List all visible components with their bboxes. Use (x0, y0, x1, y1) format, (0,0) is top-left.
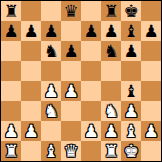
square-b5[interactable] (21, 61, 41, 81)
square-e5[interactable] (81, 61, 101, 81)
square-d4[interactable]: ♟ (61, 81, 81, 101)
square-d7[interactable] (61, 21, 81, 41)
piece-white-pawn[interactable]: ♟ (103, 121, 118, 141)
square-e3[interactable] (81, 101, 101, 121)
square-a6[interactable] (1, 41, 21, 61)
piece-black-knight[interactable]: ♞ (103, 41, 118, 61)
piece-black-rook[interactable]: ♜ (3, 1, 18, 21)
square-h8[interactable] (141, 1, 161, 21)
piece-black-pawn[interactable]: ♟ (3, 21, 18, 41)
piece-white-king[interactable]: ♚ (123, 141, 138, 161)
square-h7[interactable]: ♟ (141, 21, 161, 41)
piece-white-pawn[interactable]: ♟ (83, 121, 98, 141)
piece-black-knight[interactable]: ♞ (43, 41, 58, 61)
square-e6[interactable] (81, 41, 101, 61)
square-d1[interactable]: ♛ (61, 141, 81, 161)
square-d8[interactable]: ♛ (61, 1, 81, 21)
piece-black-bishop[interactable]: ♝ (123, 21, 138, 41)
square-b8[interactable] (21, 1, 41, 21)
square-g5[interactable] (121, 61, 141, 81)
square-g2[interactable]: ♝ (121, 121, 141, 141)
chess-board: ♜♛♜♚♟♟♟♟♟♝♟♞♟♞♟♟♟♝♞♞♟♟♟♟♟♝♟♜♝♛♜♚ (0, 0, 162, 162)
square-f2[interactable]: ♟ (101, 121, 121, 141)
square-a8[interactable]: ♜ (1, 1, 21, 21)
piece-white-pawn[interactable]: ♟ (23, 121, 38, 141)
square-f1[interactable]: ♜ (101, 141, 121, 161)
square-g6[interactable]: ♟ (121, 41, 141, 61)
square-c2[interactable] (41, 121, 61, 141)
square-a2[interactable]: ♟ (1, 121, 21, 141)
square-a7[interactable]: ♟ (1, 21, 21, 41)
piece-white-pawn[interactable]: ♟ (143, 121, 158, 141)
square-d6[interactable]: ♟ (61, 41, 81, 61)
piece-black-rook[interactable]: ♜ (103, 1, 118, 21)
piece-black-queen[interactable]: ♛ (63, 1, 78, 21)
square-g1[interactable]: ♚ (121, 141, 141, 161)
square-c5[interactable] (41, 61, 61, 81)
piece-white-knight[interactable]: ♞ (43, 101, 58, 121)
square-c4[interactable]: ♟ (41, 81, 61, 101)
square-g8[interactable]: ♚ (121, 1, 141, 21)
piece-black-bishop[interactable]: ♝ (123, 81, 138, 101)
piece-black-pawn[interactable]: ♟ (123, 41, 138, 61)
square-f5[interactable] (101, 61, 121, 81)
square-f8[interactable]: ♜ (101, 1, 121, 21)
piece-white-queen[interactable]: ♛ (63, 141, 78, 161)
square-h1[interactable] (141, 141, 161, 161)
square-g3[interactable]: ♟ (121, 101, 141, 121)
square-b4[interactable] (21, 81, 41, 101)
piece-white-rook[interactable]: ♜ (103, 141, 118, 161)
square-b1[interactable] (21, 141, 41, 161)
piece-white-knight[interactable]: ♞ (103, 101, 118, 121)
piece-white-bishop[interactable]: ♝ (43, 141, 58, 161)
square-e7[interactable]: ♟ (81, 21, 101, 41)
square-g4[interactable]: ♝ (121, 81, 141, 101)
piece-white-rook[interactable]: ♜ (3, 141, 18, 161)
square-a4[interactable] (1, 81, 21, 101)
square-f7[interactable]: ♟ (101, 21, 121, 41)
piece-black-pawn[interactable]: ♟ (23, 21, 38, 41)
square-b6[interactable] (21, 41, 41, 61)
square-b2[interactable]: ♟ (21, 121, 41, 141)
square-h4[interactable] (141, 81, 161, 101)
piece-black-pawn[interactable]: ♟ (63, 41, 78, 61)
piece-white-bishop[interactable]: ♝ (123, 121, 138, 141)
square-e2[interactable]: ♟ (81, 121, 101, 141)
piece-white-pawn[interactable]: ♟ (63, 81, 78, 101)
square-c8[interactable] (41, 1, 61, 21)
piece-black-pawn[interactable]: ♟ (103, 21, 118, 41)
piece-white-pawn[interactable]: ♟ (123, 101, 138, 121)
square-h3[interactable] (141, 101, 161, 121)
square-d5[interactable] (61, 61, 81, 81)
square-d2[interactable] (61, 121, 81, 141)
square-f6[interactable]: ♞ (101, 41, 121, 61)
square-g7[interactable]: ♝ (121, 21, 141, 41)
piece-black-pawn[interactable]: ♟ (83, 21, 98, 41)
square-h5[interactable] (141, 61, 161, 81)
square-c3[interactable]: ♞ (41, 101, 61, 121)
square-h2[interactable]: ♟ (141, 121, 161, 141)
square-b3[interactable] (21, 101, 41, 121)
square-e1[interactable] (81, 141, 101, 161)
square-c6[interactable]: ♞ (41, 41, 61, 61)
square-b7[interactable]: ♟ (21, 21, 41, 41)
square-a5[interactable] (1, 61, 21, 81)
square-a1[interactable]: ♜ (1, 141, 21, 161)
piece-black-king[interactable]: ♚ (123, 1, 138, 21)
square-f4[interactable] (101, 81, 121, 101)
piece-black-pawn[interactable]: ♟ (43, 21, 58, 41)
piece-black-pawn[interactable]: ♟ (143, 21, 158, 41)
square-e4[interactable] (81, 81, 101, 101)
square-c7[interactable]: ♟ (41, 21, 61, 41)
square-f3[interactable]: ♞ (101, 101, 121, 121)
square-a3[interactable] (1, 101, 21, 121)
square-c1[interactable]: ♝ (41, 141, 61, 161)
square-e8[interactable] (81, 1, 101, 21)
square-h6[interactable] (141, 41, 161, 61)
square-d3[interactable] (61, 101, 81, 121)
piece-white-pawn[interactable]: ♟ (3, 121, 18, 141)
piece-white-pawn[interactable]: ♟ (43, 81, 58, 101)
